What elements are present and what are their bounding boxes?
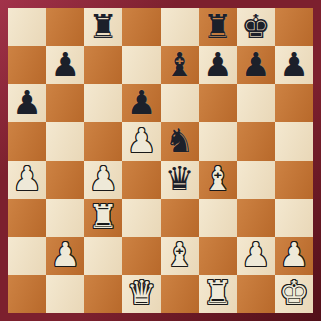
square-a3[interactable] [8, 199, 46, 237]
square-e3[interactable] [161, 199, 199, 237]
white-rook-c3[interactable]: ♜ [89, 200, 119, 233]
square-a5[interactable] [8, 122, 46, 160]
square-h2[interactable]: ♟ [275, 237, 313, 275]
square-b3[interactable] [46, 199, 84, 237]
white-rook-f1[interactable]: ♜ [203, 276, 233, 309]
square-b5[interactable] [46, 122, 84, 160]
black-pawn-a6[interactable]: ♟ [12, 86, 42, 119]
square-f7[interactable]: ♟ [199, 46, 237, 84]
square-d4[interactable] [122, 161, 160, 199]
square-h7[interactable]: ♟ [275, 46, 313, 84]
square-d2[interactable] [122, 237, 160, 275]
square-a1[interactable] [8, 275, 46, 313]
square-f4[interactable]: ♝ [199, 161, 237, 199]
square-c2[interactable] [84, 237, 122, 275]
board-frame: ♜♜♚♟♝♟♟♟♟♟♟♞♟♟♛♝♜♟♝♟♟♛♜♚ [0, 0, 321, 321]
square-h1[interactable]: ♚ [275, 275, 313, 313]
black-knight-e5[interactable]: ♞ [165, 124, 195, 157]
square-d8[interactable] [122, 8, 160, 46]
black-rook-f8[interactable]: ♜ [203, 10, 233, 43]
square-d1[interactable]: ♛ [122, 275, 160, 313]
square-b8[interactable] [46, 8, 84, 46]
square-d6[interactable]: ♟ [122, 84, 160, 122]
square-b4[interactable] [46, 161, 84, 199]
square-g7[interactable]: ♟ [237, 46, 275, 84]
white-pawn-d5[interactable]: ♟ [127, 124, 157, 157]
black-pawn-d6[interactable]: ♟ [127, 86, 157, 119]
square-f3[interactable] [199, 199, 237, 237]
square-e1[interactable] [161, 275, 199, 313]
square-g5[interactable] [237, 122, 275, 160]
black-pawn-h7[interactable]: ♟ [279, 48, 309, 81]
black-bishop-e7[interactable]: ♝ [165, 48, 195, 81]
square-e5[interactable]: ♞ [161, 122, 199, 160]
white-queen-d1[interactable]: ♛ [127, 276, 157, 309]
square-e6[interactable] [161, 84, 199, 122]
square-f2[interactable] [199, 237, 237, 275]
square-a7[interactable] [8, 46, 46, 84]
square-e8[interactable] [161, 8, 199, 46]
square-h3[interactable] [275, 199, 313, 237]
white-king-h1[interactable]: ♚ [279, 276, 309, 309]
square-f1[interactable]: ♜ [199, 275, 237, 313]
square-f6[interactable] [199, 84, 237, 122]
square-c8[interactable]: ♜ [84, 8, 122, 46]
square-a4[interactable]: ♟ [8, 161, 46, 199]
black-pawn-f7[interactable]: ♟ [203, 48, 233, 81]
square-b2[interactable]: ♟ [46, 237, 84, 275]
square-c7[interactable] [84, 46, 122, 84]
square-b1[interactable] [46, 275, 84, 313]
square-e2[interactable]: ♝ [161, 237, 199, 275]
square-g1[interactable] [237, 275, 275, 313]
black-pawn-g7[interactable]: ♟ [241, 48, 271, 81]
square-c6[interactable] [84, 84, 122, 122]
black-queen-e4[interactable]: ♛ [165, 162, 195, 195]
square-h4[interactable] [275, 161, 313, 199]
square-a8[interactable] [8, 8, 46, 46]
square-c4[interactable]: ♟ [84, 161, 122, 199]
square-f5[interactable] [199, 122, 237, 160]
square-b6[interactable] [46, 84, 84, 122]
chess-board: ♜♜♚♟♝♟♟♟♟♟♟♞♟♟♛♝♜♟♝♟♟♛♜♚ [8, 8, 313, 313]
white-pawn-a4[interactable]: ♟ [12, 162, 42, 195]
square-f8[interactable]: ♜ [199, 8, 237, 46]
square-h8[interactable] [275, 8, 313, 46]
square-d5[interactable]: ♟ [122, 122, 160, 160]
square-h6[interactable] [275, 84, 313, 122]
square-d3[interactable] [122, 199, 160, 237]
square-c5[interactable] [84, 122, 122, 160]
black-rook-c8[interactable]: ♜ [89, 10, 119, 43]
square-b7[interactable]: ♟ [46, 46, 84, 84]
square-g4[interactable] [237, 161, 275, 199]
square-c1[interactable] [84, 275, 122, 313]
square-h5[interactable] [275, 122, 313, 160]
black-king-g8[interactable]: ♚ [241, 10, 271, 43]
square-a2[interactable] [8, 237, 46, 275]
black-pawn-b7[interactable]: ♟ [50, 48, 80, 81]
square-g6[interactable] [237, 84, 275, 122]
white-pawn-c4[interactable]: ♟ [89, 162, 119, 195]
square-a6[interactable]: ♟ [8, 84, 46, 122]
white-bishop-f4[interactable]: ♝ [203, 162, 233, 195]
square-e4[interactable]: ♛ [161, 161, 199, 199]
white-bishop-e2[interactable]: ♝ [165, 238, 195, 271]
square-e7[interactable]: ♝ [161, 46, 199, 84]
square-g2[interactable]: ♟ [237, 237, 275, 275]
square-g3[interactable] [237, 199, 275, 237]
white-pawn-h2[interactable]: ♟ [279, 238, 309, 271]
square-c3[interactable]: ♜ [84, 199, 122, 237]
white-pawn-g2[interactable]: ♟ [241, 238, 271, 271]
white-pawn-b2[interactable]: ♟ [50, 238, 80, 271]
square-d7[interactable] [122, 46, 160, 84]
square-g8[interactable]: ♚ [237, 8, 275, 46]
